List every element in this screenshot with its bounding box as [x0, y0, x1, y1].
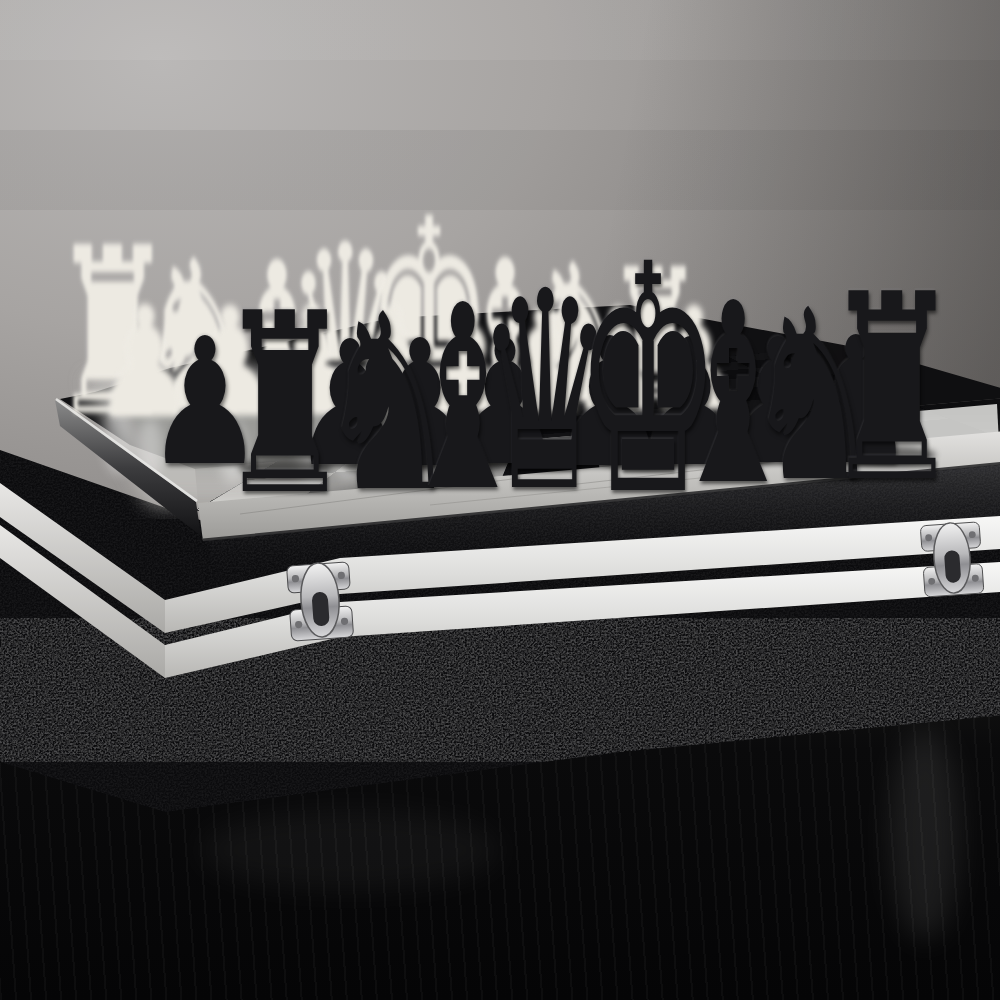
- photo-chess-set-scene: ♜♞♝♛♚♝♞♜♟♟♟♟♟♟♟♟♟♟♟♟♟♟♟♟♜♞♝♛♚♝♞♜: [0, 0, 1000, 1000]
- pieces-layer: ♜♞♝♛♚♝♞♜♟♟♟♟♟♟♟♟♟♟♟♟♟♟♟♟♜♞♝♛♚♝♞♜: [0, 0, 1000, 1000]
- black-rook[interactable]: ♜: [823, 261, 962, 519]
